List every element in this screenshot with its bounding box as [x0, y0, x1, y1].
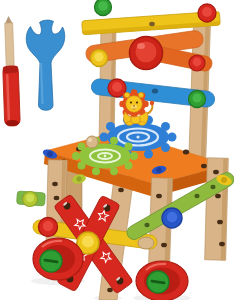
wrench-body — [26, 20, 64, 110]
wrench — [26, 20, 64, 110]
leg-hole — [213, 170, 219, 175]
large-red-knob — [130, 37, 163, 70]
wood-peg-end — [138, 237, 154, 249]
green-bolt — [189, 91, 206, 108]
green-screw — [40, 250, 62, 272]
product-photo — [0, 0, 234, 300]
seat-hole — [201, 164, 207, 169]
lion-face — [126, 96, 142, 112]
leg-hole — [52, 182, 58, 186]
slat-hole — [210, 185, 215, 189]
leg-hole — [215, 194, 221, 199]
leg-hole — [156, 194, 162, 199]
green-bolt — [95, 0, 112, 16]
wood-peg — [86, 136, 98, 148]
leg-hole — [217, 220, 223, 225]
leg-hole — [54, 196, 60, 200]
lime-bolt — [23, 192, 38, 207]
screwdriver-shaft — [5, 23, 15, 67]
leg-hole — [161, 243, 167, 248]
slat-hole — [144, 223, 149, 227]
seat-hole — [183, 150, 189, 155]
bar-hole — [149, 22, 155, 26]
red-bolt — [189, 55, 205, 71]
screwdriver — [1, 16, 20, 126]
toy-chair-scene — [0, 0, 234, 300]
leg-hole — [219, 242, 225, 247]
screwdriver-handle — [3, 66, 21, 127]
wheel-front-left — [33, 238, 83, 280]
slat-hole — [152, 88, 158, 93]
blue-bolt — [162, 208, 182, 228]
red-bolt — [39, 218, 58, 237]
leg-hole — [118, 188, 124, 192]
slat-hole — [194, 194, 199, 198]
yellow-bolt — [91, 50, 108, 67]
green-screw — [147, 271, 169, 293]
wheel-front-right — [136, 261, 188, 300]
red-bolt — [198, 4, 216, 22]
